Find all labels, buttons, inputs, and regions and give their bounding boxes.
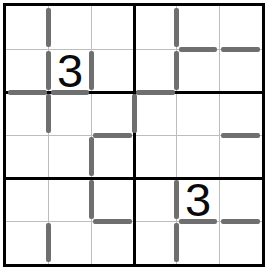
cell-r6c5[interactable] <box>177 221 220 264</box>
cell-r3c1[interactable] <box>6 92 49 135</box>
cell-r6c2[interactable] <box>49 221 92 264</box>
cells-layer <box>6 6 262 264</box>
cell-r3c3[interactable] <box>91 92 134 135</box>
cell-r5c3[interactable] <box>91 178 134 221</box>
cell-r4c4[interactable] <box>134 135 177 178</box>
cell-r4c5[interactable] <box>177 135 220 178</box>
cell-r3c4[interactable] <box>134 92 177 135</box>
cell-r1c3[interactable] <box>91 6 134 49</box>
cell-r2c1[interactable] <box>6 49 49 92</box>
cell-r6c3[interactable] <box>91 221 134 264</box>
cell-r5c6[interactable] <box>219 178 262 221</box>
cell-r4c1[interactable] <box>6 135 49 178</box>
cell-r4c3[interactable] <box>91 135 134 178</box>
cell-r2c6[interactable] <box>219 49 262 92</box>
cell-r2c5[interactable] <box>177 49 220 92</box>
cell-r4c6[interactable] <box>219 135 262 178</box>
cell-r2c4[interactable] <box>134 49 177 92</box>
cell-r1c6[interactable] <box>219 6 262 49</box>
puzzle-screenshot: 33 <box>0 0 268 270</box>
cell-r5c4[interactable] <box>134 178 177 221</box>
puzzle-board[interactable]: 33 <box>3 3 265 267</box>
cell-r3c5[interactable] <box>177 92 220 135</box>
cell-r2c2[interactable] <box>49 49 92 92</box>
cell-r4c2[interactable] <box>49 135 92 178</box>
cell-r1c1[interactable] <box>6 6 49 49</box>
cell-r1c5[interactable] <box>177 6 220 49</box>
cell-r3c2[interactable] <box>49 92 92 135</box>
cell-r6c6[interactable] <box>219 221 262 264</box>
cell-r5c5[interactable] <box>177 178 220 221</box>
cell-r6c1[interactable] <box>6 221 49 264</box>
cell-r5c1[interactable] <box>6 178 49 221</box>
cell-r2c3[interactable] <box>91 49 134 92</box>
cell-r3c6[interactable] <box>219 92 262 135</box>
cell-r1c4[interactable] <box>134 6 177 49</box>
cell-r1c2[interactable] <box>49 6 92 49</box>
cell-r6c4[interactable] <box>134 221 177 264</box>
cell-r5c2[interactable] <box>49 178 92 221</box>
